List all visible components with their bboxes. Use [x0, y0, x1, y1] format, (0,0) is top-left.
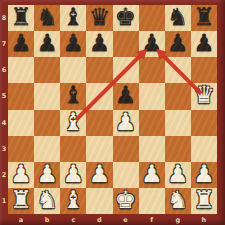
square-f7[interactable]: ♟: [139, 31, 165, 57]
piece-black-knight-b8[interactable]: ♞: [36, 5, 58, 29]
square-a1[interactable]: ♜: [8, 188, 34, 214]
square-e3[interactable]: [113, 136, 139, 162]
piece-white-pawn-a2[interactable]: ♟: [10, 162, 32, 186]
square-d2[interactable]: ♟: [86, 162, 112, 188]
file-label-e: e: [113, 215, 139, 225]
square-g5[interactable]: [165, 83, 191, 109]
file-label-a: a: [8, 215, 34, 225]
square-b2[interactable]: ♟: [34, 162, 60, 188]
file-label-b: b: [34, 215, 60, 225]
square-f5[interactable]: [139, 83, 165, 109]
square-a3[interactable]: [8, 136, 34, 162]
piece-white-queen-h5[interactable]: ♛: [193, 83, 215, 107]
square-g8[interactable]: ♞: [165, 5, 191, 31]
square-g2[interactable]: ♟: [165, 162, 191, 188]
square-e4[interactable]: ♟: [113, 110, 139, 136]
piece-black-knight-g8[interactable]: ♞: [167, 5, 189, 29]
square-h1[interactable]: ♜: [191, 188, 217, 214]
square-d8[interactable]: ♛: [86, 5, 112, 31]
piece-white-rook-a1[interactable]: ♜: [10, 188, 32, 212]
piece-white-knight-b1[interactable]: ♞: [36, 188, 58, 212]
square-b5[interactable]: [34, 83, 60, 109]
square-h7[interactable]: ♟: [191, 31, 217, 57]
rank-label-7: 7: [0, 40, 8, 48]
square-c4[interactable]: ♝: [60, 110, 86, 136]
square-h3[interactable]: [191, 136, 217, 162]
rank-label-4: 4: [0, 119, 8, 127]
file-label-d: d: [86, 215, 112, 225]
square-f4[interactable]: [139, 110, 165, 136]
piece-white-bishop-c1[interactable]: ♝: [63, 188, 85, 212]
square-e2[interactable]: [113, 162, 139, 188]
file-label-g: g: [165, 215, 191, 225]
piece-black-queen-d8[interactable]: ♛: [89, 5, 111, 29]
square-c2[interactable]: ♟: [60, 162, 86, 188]
piece-white-pawn-g2[interactable]: ♟: [167, 162, 189, 186]
chess-board-frame: ♜♞♝♛♚♞♜♟♟♟♟♟♟♟♝♟♛♝♟♟♟♟♟♟♟♟♜♞♝♚♞♜ 8765432…: [0, 0, 225, 225]
square-h4[interactable]: [191, 110, 217, 136]
piece-white-pawn-d2[interactable]: ♟: [89, 162, 111, 186]
square-a7[interactable]: ♟: [8, 31, 34, 57]
chess-board: ♜♞♝♛♚♞♜♟♟♟♟♟♟♟♝♟♛♝♟♟♟♟♟♟♟♟♜♞♝♚♞♜: [8, 5, 217, 214]
square-e8[interactable]: ♚: [113, 5, 139, 31]
square-b1[interactable]: ♞: [34, 188, 60, 214]
piece-black-bishop-c8[interactable]: ♝: [63, 5, 85, 29]
square-c6[interactable]: [60, 57, 86, 83]
square-b6[interactable]: [34, 57, 60, 83]
piece-black-pawn-a7[interactable]: ♟: [10, 31, 32, 55]
rank-label-3: 3: [0, 145, 8, 153]
piece-white-pawn-b2[interactable]: ♟: [36, 162, 58, 186]
square-b3[interactable]: [34, 136, 60, 162]
square-h8[interactable]: ♜: [191, 5, 217, 31]
square-d7[interactable]: ♟: [86, 31, 112, 57]
file-label-h: h: [191, 215, 217, 225]
piece-black-rook-h8[interactable]: ♜: [193, 5, 215, 29]
piece-white-king-e1[interactable]: ♚: [115, 188, 137, 212]
square-e5[interactable]: ♟: [113, 83, 139, 109]
square-d6[interactable]: [86, 57, 112, 83]
square-g3[interactable]: [165, 136, 191, 162]
square-e6[interactable]: [113, 57, 139, 83]
square-b4[interactable]: [34, 110, 60, 136]
square-c8[interactable]: ♝: [60, 5, 86, 31]
square-c7[interactable]: ♟: [60, 31, 86, 57]
piece-black-pawn-c7[interactable]: ♟: [63, 31, 85, 55]
square-e1[interactable]: ♚: [113, 188, 139, 214]
piece-black-king-e8[interactable]: ♚: [115, 5, 137, 29]
square-b7[interactable]: ♟: [34, 31, 60, 57]
square-c5[interactable]: ♝: [60, 83, 86, 109]
square-h5[interactable]: ♛: [191, 83, 217, 109]
piece-white-pawn-h2[interactable]: ♟: [193, 162, 215, 186]
square-a6[interactable]: [8, 57, 34, 83]
square-d3[interactable]: [86, 136, 112, 162]
piece-white-pawn-c2[interactable]: ♟: [63, 162, 85, 186]
piece-white-bishop-c4[interactable]: ♝: [63, 110, 85, 134]
square-h2[interactable]: ♟: [191, 162, 217, 188]
square-h6[interactable]: [191, 57, 217, 83]
square-b8[interactable]: ♞: [34, 5, 60, 31]
rank-label-6: 6: [0, 66, 8, 74]
square-a2[interactable]: ♟: [8, 162, 34, 188]
piece-black-pawn-d7[interactable]: ♟: [89, 31, 111, 55]
square-f6[interactable]: [139, 57, 165, 83]
piece-white-pawn-f2[interactable]: ♟: [141, 162, 163, 186]
piece-black-pawn-f7[interactable]: ♟: [141, 31, 163, 55]
rank-label-8: 8: [0, 14, 8, 22]
square-f1[interactable]: [139, 188, 165, 214]
piece-white-rook-h1[interactable]: ♜: [193, 188, 215, 212]
square-g7[interactable]: ♟: [165, 31, 191, 57]
square-a8[interactable]: ♜: [8, 5, 34, 31]
file-label-f: f: [139, 215, 165, 225]
square-g1[interactable]: ♞: [165, 188, 191, 214]
square-f2[interactable]: ♟: [139, 162, 165, 188]
square-a5[interactable]: [8, 83, 34, 109]
piece-black-pawn-h7[interactable]: ♟: [193, 31, 215, 55]
square-a4[interactable]: [8, 110, 34, 136]
piece-white-pawn-e4[interactable]: ♟: [115, 110, 137, 134]
square-f8[interactable]: [139, 5, 165, 31]
square-d5[interactable]: [86, 83, 112, 109]
piece-black-bishop-c5[interactable]: ♝: [63, 83, 85, 107]
rank-label-1: 1: [0, 197, 8, 205]
square-f3[interactable]: [139, 136, 165, 162]
rank-label-5: 5: [0, 92, 8, 100]
square-d1[interactable]: [86, 188, 112, 214]
square-c1[interactable]: ♝: [60, 188, 86, 214]
square-g6[interactable]: [165, 57, 191, 83]
piece-black-pawn-e5[interactable]: ♟: [115, 83, 137, 107]
square-d4[interactable]: [86, 110, 112, 136]
square-e7[interactable]: [113, 31, 139, 57]
piece-black-pawn-g7[interactable]: ♟: [167, 31, 189, 55]
rank-label-2: 2: [0, 171, 8, 179]
piece-black-pawn-b7[interactable]: ♟: [36, 31, 58, 55]
piece-black-rook-a8[interactable]: ♜: [10, 5, 32, 29]
board-squares: ♜♞♝♛♚♞♜♟♟♟♟♟♟♟♝♟♛♝♟♟♟♟♟♟♟♟♜♞♝♚♞♜: [8, 5, 217, 214]
square-g4[interactable]: [165, 110, 191, 136]
square-c3[interactable]: [60, 136, 86, 162]
piece-white-knight-g1[interactable]: ♞: [167, 188, 189, 212]
file-label-c: c: [60, 215, 86, 225]
